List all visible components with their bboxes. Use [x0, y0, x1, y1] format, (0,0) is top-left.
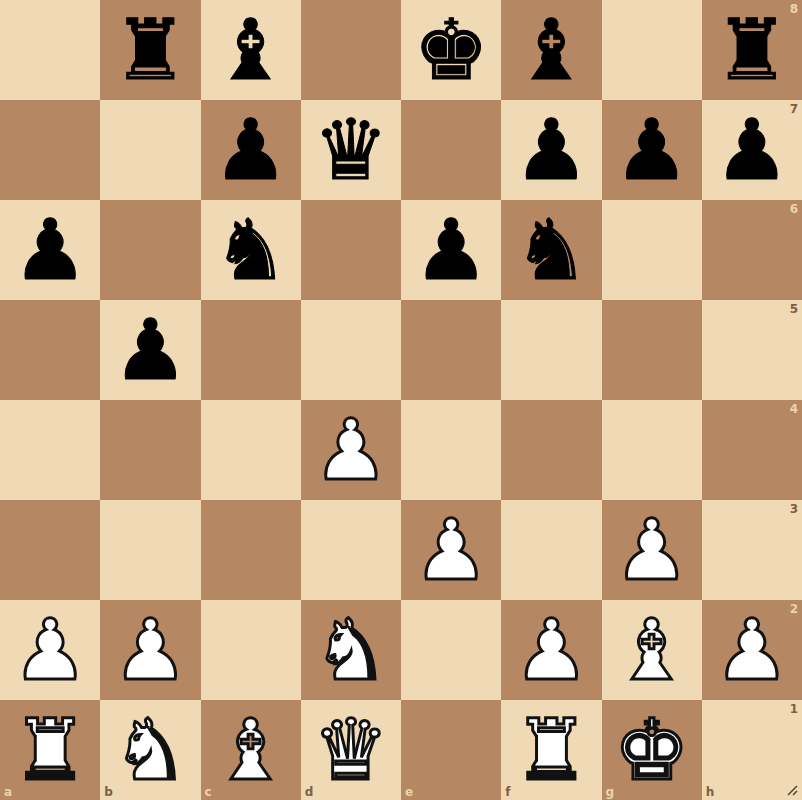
square-e2[interactable]: [401, 600, 501, 700]
piece-black-pawn[interactable]: ♟: [514, 100, 589, 200]
square-h6[interactable]: 6: [702, 200, 802, 300]
piece-black-pawn[interactable]: ♟: [113, 300, 188, 400]
coord-rank-7: 7: [790, 102, 798, 116]
square-b1[interactable]: ♞b: [100, 700, 200, 800]
square-b7[interactable]: [100, 100, 200, 200]
piece-black-bishop[interactable]: ♝: [213, 0, 288, 100]
square-d7[interactable]: ♛: [301, 100, 401, 200]
square-e3[interactable]: ♟: [401, 500, 501, 600]
coord-rank-1: 1: [790, 702, 798, 716]
piece-white-bishop[interactable]: ♝: [213, 700, 288, 800]
square-a2[interactable]: ♟: [0, 600, 100, 700]
square-c5[interactable]: [201, 300, 301, 400]
piece-black-pawn[interactable]: ♟: [213, 100, 288, 200]
square-e8[interactable]: ♚: [401, 0, 501, 100]
coord-rank-2: 2: [790, 602, 798, 616]
piece-white-pawn[interactable]: ♟: [614, 500, 689, 600]
square-b8[interactable]: ♜: [100, 0, 200, 100]
square-g5[interactable]: [602, 300, 702, 400]
piece-white-pawn[interactable]: ♟: [113, 600, 188, 700]
square-a4[interactable]: [0, 400, 100, 500]
coord-file-f: f: [505, 785, 510, 799]
square-g3[interactable]: ♟: [602, 500, 702, 600]
square-d3[interactable]: [301, 500, 401, 600]
square-f5[interactable]: [501, 300, 601, 400]
square-a8[interactable]: [0, 0, 100, 100]
square-f7[interactable]: ♟: [501, 100, 601, 200]
piece-black-pawn[interactable]: ♟: [614, 100, 689, 200]
piece-white-rook[interactable]: ♜: [514, 700, 589, 800]
square-h7[interactable]: ♟7: [702, 100, 802, 200]
square-d4[interactable]: ♟: [301, 400, 401, 500]
coord-rank-3: 3: [790, 502, 798, 516]
piece-white-knight[interactable]: ♞: [113, 700, 188, 800]
square-g8[interactable]: [602, 0, 702, 100]
piece-black-king[interactable]: ♚: [413, 0, 488, 100]
square-d5[interactable]: [301, 300, 401, 400]
piece-black-pawn[interactable]: ♟: [413, 200, 488, 300]
square-e6[interactable]: ♟: [401, 200, 501, 300]
square-d2[interactable]: ♞: [301, 600, 401, 700]
coord-rank-8: 8: [790, 2, 798, 16]
piece-black-pawn[interactable]: ♟: [714, 100, 789, 200]
piece-black-pawn[interactable]: ♟: [12, 200, 87, 300]
square-e1[interactable]: e: [401, 700, 501, 800]
square-a6[interactable]: ♟: [0, 200, 100, 300]
coord-rank-5: 5: [790, 302, 798, 316]
piece-white-knight[interactable]: ♞: [313, 600, 388, 700]
square-e4[interactable]: [401, 400, 501, 500]
square-a7[interactable]: [0, 100, 100, 200]
square-c3[interactable]: [201, 500, 301, 600]
square-f3[interactable]: [501, 500, 601, 600]
piece-white-queen[interactable]: ♛: [313, 700, 388, 800]
square-e7[interactable]: [401, 100, 501, 200]
piece-white-bishop[interactable]: ♝: [614, 600, 689, 700]
resize-handle-icon[interactable]: [784, 782, 800, 798]
square-h4[interactable]: 4: [702, 400, 802, 500]
square-h3[interactable]: 3: [702, 500, 802, 600]
square-d6[interactable]: [301, 200, 401, 300]
square-f1[interactable]: ♜f: [501, 700, 601, 800]
piece-black-rook[interactable]: ♜: [714, 0, 789, 100]
piece-black-knight[interactable]: ♞: [514, 200, 589, 300]
square-b3[interactable]: [100, 500, 200, 600]
piece-black-rook[interactable]: ♜: [113, 0, 188, 100]
square-a3[interactable]: [0, 500, 100, 600]
square-b2[interactable]: ♟: [100, 600, 200, 700]
square-g2[interactable]: ♝: [602, 600, 702, 700]
piece-white-pawn[interactable]: ♟: [313, 400, 388, 500]
square-g1[interactable]: ♚g: [602, 700, 702, 800]
coord-file-e: e: [405, 785, 413, 799]
board-grid: ♜♝♚♝♜8♟♛♟♟♟7♟♞♟♞6♟5♟4♟♟3♟♟♞♟♝♟2♜a♞b♝c♛de…: [0, 0, 802, 800]
square-c4[interactable]: [201, 400, 301, 500]
square-a1[interactable]: ♜a: [0, 700, 100, 800]
square-g4[interactable]: [602, 400, 702, 500]
piece-white-king[interactable]: ♚: [614, 700, 689, 800]
square-e5[interactable]: [401, 300, 501, 400]
square-d8[interactable]: [301, 0, 401, 100]
coord-file-g: g: [606, 785, 615, 799]
piece-white-pawn[interactable]: ♟: [413, 500, 488, 600]
square-h5[interactable]: 5: [702, 300, 802, 400]
coord-file-b: b: [104, 785, 113, 799]
piece-black-bishop[interactable]: ♝: [514, 0, 589, 100]
square-c8[interactable]: ♝: [201, 0, 301, 100]
coord-file-c: c: [205, 785, 212, 799]
square-a5[interactable]: [0, 300, 100, 400]
piece-black-knight[interactable]: ♞: [213, 200, 288, 300]
coord-file-a: a: [4, 785, 12, 799]
square-f2[interactable]: ♟: [501, 600, 601, 700]
coord-rank-4: 4: [790, 402, 798, 416]
square-f4[interactable]: [501, 400, 601, 500]
square-c2[interactable]: [201, 600, 301, 700]
square-b5[interactable]: ♟: [100, 300, 200, 400]
piece-white-pawn[interactable]: ♟: [714, 600, 789, 700]
square-f8[interactable]: ♝: [501, 0, 601, 100]
piece-white-pawn[interactable]: ♟: [12, 600, 87, 700]
piece-white-rook[interactable]: ♜: [12, 700, 87, 800]
square-c7[interactable]: ♟: [201, 100, 301, 200]
square-b6[interactable]: [100, 200, 200, 300]
square-g6[interactable]: [602, 200, 702, 300]
square-c6[interactable]: ♞: [201, 200, 301, 300]
coord-file-h: h: [706, 785, 715, 799]
square-g7[interactable]: ♟: [602, 100, 702, 200]
square-h8[interactable]: ♜8: [702, 0, 802, 100]
square-d1[interactable]: ♛d: [301, 700, 401, 800]
coord-file-d: d: [305, 785, 314, 799]
piece-white-pawn[interactable]: ♟: [514, 600, 589, 700]
piece-black-queen[interactable]: ♛: [313, 100, 388, 200]
square-f6[interactable]: ♞: [501, 200, 601, 300]
coord-rank-6: 6: [790, 202, 798, 216]
chess-board: ♜♝♚♝♜8♟♛♟♟♟7♟♞♟♞6♟5♟4♟♟3♟♟♞♟♝♟2♜a♞b♝c♛de…: [0, 0, 802, 800]
square-b4[interactable]: [100, 400, 200, 500]
square-h2[interactable]: ♟2: [702, 600, 802, 700]
square-c1[interactable]: ♝c: [201, 700, 301, 800]
